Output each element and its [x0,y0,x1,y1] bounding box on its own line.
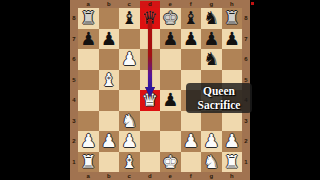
square-c8[interactable]: ♝ [119,8,140,29]
square-c7[interactable] [119,29,140,50]
square-b6[interactable] [99,49,120,70]
square-h3[interactable] [222,111,243,132]
square-e8[interactable]: ♚ [160,8,181,29]
black-rook: ♜ [80,9,96,27]
white-rook: ♜ [224,152,240,170]
file-label-g: g [201,172,222,180]
rank-label-6: 6 [242,49,250,70]
rank-label-7: 7 [242,29,250,50]
file-label-b: b [99,172,120,180]
white-pawn: ♟ [80,132,96,150]
caption-line2: Sacrifice [198,98,241,112]
square-a3[interactable] [78,111,99,132]
black-pawn: ♟ [162,29,178,47]
square-f6[interactable] [181,49,202,70]
square-e2[interactable] [160,131,181,152]
square-c1[interactable]: ♝ [119,152,140,173]
white-rook: ♜ [80,152,96,170]
rank-label-1: 1 [70,152,78,173]
square-f1[interactable] [181,152,202,173]
file-label-e: e [160,172,181,180]
square-b7[interactable]: ♟ [99,29,120,50]
square-b4[interactable] [99,90,120,111]
black-knight: ♞ [203,50,219,68]
file-label-b: b [99,0,120,8]
black-pawn: ♟ [162,91,178,109]
square-a1[interactable]: ♜ [78,152,99,173]
white-bishop: ♝ [101,70,117,88]
white-pawn: ♟ [101,132,117,150]
square-g1[interactable]: ♞ [201,152,222,173]
black-pawn: ♟ [101,29,117,47]
square-a6[interactable] [78,49,99,70]
black-pawn: ♟ [80,29,96,47]
white-knight: ♞ [203,152,219,170]
file-label-f: f [181,172,202,180]
square-e1[interactable]: ♚ [160,152,181,173]
square-h2[interactable]: ♟ [222,131,243,152]
black-pawn: ♟ [183,29,199,47]
rank-label-2: 2 [70,131,78,152]
rank-label-3: 3 [70,111,78,132]
black-bishop: ♝ [183,9,199,27]
rank-label-7: 7 [70,29,78,50]
square-a4[interactable] [78,90,99,111]
rank-label-5: 5 [70,70,78,91]
square-f2[interactable]: ♟ [181,131,202,152]
square-h8[interactable]: ♜ [222,8,243,29]
chess-board: abcdefgh abcdefgh 87654321 87654321 ♜♝♛♚… [70,0,250,180]
video-frame: abcdefgh abcdefgh 87654321 87654321 ♜♝♛♚… [0,0,320,180]
square-c5[interactable] [119,70,140,91]
rank-label-3: 3 [242,111,250,132]
square-b8[interactable] [99,8,120,29]
rank-label-2: 2 [242,131,250,152]
square-b2[interactable]: ♟ [99,131,120,152]
white-pawn: ♟ [121,132,137,150]
square-d3[interactable] [140,111,161,132]
square-b1[interactable] [99,152,120,173]
square-a5[interactable] [78,70,99,91]
black-knight: ♞ [203,9,219,27]
black-king: ♚ [162,9,178,27]
file-label-c: c [119,172,140,180]
caption-line1: Queen [203,84,235,98]
square-g8[interactable]: ♞ [201,8,222,29]
square-g7[interactable]: ♟ [201,29,222,50]
rank-label-4: 4 [70,90,78,111]
file-label-a: a [78,172,99,180]
square-a8[interactable]: ♜ [78,8,99,29]
file-label-d: d [140,172,161,180]
square-b5[interactable]: ♝ [99,70,120,91]
square-f7[interactable]: ♟ [181,29,202,50]
square-c3[interactable]: ♞ [119,111,140,132]
square-b3[interactable] [99,111,120,132]
file-label-h: h [222,172,243,180]
square-a7[interactable]: ♟ [78,29,99,50]
file-labels-bottom: abcdefgh [78,172,242,180]
square-e4[interactable]: ♟ [160,90,181,111]
rank-label-8: 8 [70,8,78,29]
square-f3[interactable] [181,111,202,132]
move-arrow-shaft [148,19,152,88]
square-g3[interactable] [201,111,222,132]
square-c4[interactable] [119,90,140,111]
white-knight: ♞ [121,111,137,129]
move-arrow-head-icon [145,87,155,97]
square-d2[interactable] [140,131,161,152]
white-pawn: ♟ [121,50,137,68]
square-h6[interactable] [222,49,243,70]
square-a2[interactable]: ♟ [78,131,99,152]
square-c2[interactable]: ♟ [119,131,140,152]
rank-label-8: 8 [242,8,250,29]
square-e3[interactable] [160,111,181,132]
square-h1[interactable]: ♜ [222,152,243,173]
square-c6[interactable]: ♟ [119,49,140,70]
rank-label-6: 6 [70,49,78,70]
square-d1[interactable] [140,152,161,173]
black-pawn: ♟ [224,29,240,47]
square-g6[interactable]: ♞ [201,49,222,70]
black-rook: ♜ [224,9,240,27]
square-e6[interactable] [160,49,181,70]
white-pawn: ♟ [183,132,199,150]
square-e7[interactable]: ♟ [160,29,181,50]
caption-overlay: Queen Sacrifice [186,83,252,113]
white-pawn: ♟ [203,132,219,150]
square-h7[interactable]: ♟ [222,29,243,50]
rank-label-1: 1 [242,152,250,173]
square-e5[interactable] [160,70,181,91]
square-f8[interactable]: ♝ [181,8,202,29]
black-pawn: ♟ [203,29,219,47]
black-bishop: ♝ [121,9,137,27]
red-artifact-dot [251,2,254,5]
white-bishop: ♝ [121,152,137,170]
white-king: ♚ [162,152,178,170]
square-g2[interactable]: ♟ [201,131,222,152]
white-pawn: ♟ [224,132,240,150]
rank-labels-left: 87654321 [70,8,78,172]
